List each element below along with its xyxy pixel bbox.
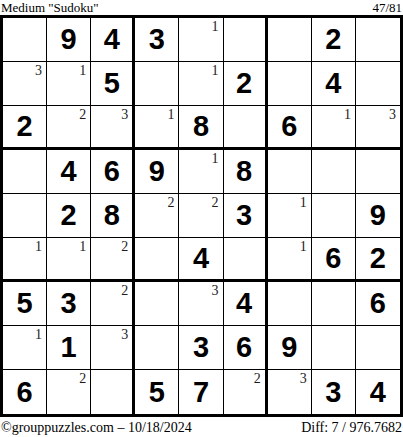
cell-r1c8[interactable]: 2 bbox=[312, 18, 356, 62]
cell-r3c3[interactable]: 3 bbox=[91, 106, 135, 150]
pencil-mark: 1 bbox=[212, 20, 219, 34]
cell-r3c7[interactable]: 6 bbox=[268, 106, 312, 150]
cell-r8c4[interactable] bbox=[135, 326, 179, 370]
cell-r1c6[interactable] bbox=[224, 18, 268, 62]
given-value: 2 bbox=[312, 18, 355, 61]
cell-r4c3[interactable]: 6 bbox=[91, 150, 135, 194]
footer: ©grouppuzzles.com – 10/18/2024 Diff: 7 /… bbox=[0, 417, 403, 437]
cell-r5c7[interactable]: 1 bbox=[268, 194, 312, 238]
pencil-mark: 1 bbox=[344, 108, 351, 122]
cell-r1c7[interactable] bbox=[268, 18, 312, 62]
cell-r6c8[interactable]: 6 bbox=[312, 238, 356, 282]
cell-r8c5[interactable]: 3 bbox=[179, 326, 223, 370]
given-value: 2 bbox=[356, 238, 400, 279]
cell-r1c5[interactable]: 1 bbox=[179, 18, 223, 62]
given-value: 6 bbox=[356, 282, 400, 325]
pencil-mark: 2 bbox=[254, 372, 261, 386]
cell-r7c9[interactable]: 6 bbox=[356, 282, 400, 326]
cell-r4c8[interactable] bbox=[312, 150, 356, 194]
cell-r2c4[interactable] bbox=[135, 62, 179, 106]
pencil-mark: 2 bbox=[167, 196, 174, 210]
given-value: 3 bbox=[224, 194, 265, 237]
cell-r1c4[interactable]: 3 bbox=[135, 18, 179, 62]
cell-r6c2[interactable]: 1 bbox=[47, 238, 91, 282]
pencil-mark: 2 bbox=[212, 196, 219, 210]
given-value: 9 bbox=[135, 150, 178, 193]
cell-r8c2[interactable]: 1 bbox=[47, 326, 91, 370]
cell-r9c8[interactable]: 3 bbox=[312, 370, 356, 414]
cell-r6c1[interactable]: 1 bbox=[3, 238, 47, 282]
given-value: 2 bbox=[3, 106, 46, 147]
given-value: 5 bbox=[91, 62, 132, 105]
given-value: 4 bbox=[47, 150, 90, 193]
cell-r9c9[interactable]: 4 bbox=[356, 370, 400, 414]
cell-r9c2[interactable]: 2 bbox=[47, 370, 91, 414]
given-value: 3 bbox=[47, 282, 90, 325]
cell-r5c8[interactable] bbox=[312, 194, 356, 238]
given-value: 6 bbox=[268, 106, 311, 147]
cell-r4c7[interactable] bbox=[268, 150, 312, 194]
cell-r2c2[interactable]: 1 bbox=[47, 62, 91, 106]
given-value: 5 bbox=[3, 282, 46, 325]
cell-r8c1[interactable]: 1 bbox=[3, 326, 47, 370]
cell-counter: 47/81 bbox=[372, 1, 402, 14]
cell-r3c2[interactable]: 2 bbox=[47, 106, 91, 150]
header: Medium "Sudoku" 47/81 bbox=[0, 0, 403, 15]
cell-r9c4[interactable]: 5 bbox=[135, 370, 179, 414]
cell-r3c4[interactable]: 1 bbox=[135, 106, 179, 150]
given-value: 9 bbox=[356, 194, 400, 237]
given-value: 5 bbox=[135, 370, 178, 414]
cell-r9c6[interactable]: 2 bbox=[224, 370, 268, 414]
given-value: 6 bbox=[91, 150, 132, 193]
cell-r2c9[interactable] bbox=[356, 62, 400, 106]
cell-r7c1[interactable]: 5 bbox=[3, 282, 47, 326]
cell-r5c4[interactable]: 2 bbox=[135, 194, 179, 238]
cell-r6c3[interactable]: 2 bbox=[91, 238, 135, 282]
cell-r5c2[interactable]: 2 bbox=[47, 194, 91, 238]
given-value: 8 bbox=[224, 150, 265, 193]
cell-r1c9[interactable] bbox=[356, 18, 400, 62]
cell-r4c5[interactable]: 1 bbox=[179, 150, 223, 194]
cell-r1c1[interactable] bbox=[3, 18, 47, 62]
cell-r9c1[interactable]: 6 bbox=[3, 370, 47, 414]
cell-r2c7[interactable] bbox=[268, 62, 312, 106]
pencil-mark: 2 bbox=[121, 284, 128, 298]
pencil-mark: 1 bbox=[35, 240, 42, 254]
cell-r2c8[interactable]: 4 bbox=[312, 62, 356, 106]
cell-r4c2[interactable]: 4 bbox=[47, 150, 91, 194]
sudoku-page: Medium "Sudoku" 47/81 943123151242231861… bbox=[0, 0, 403, 437]
cell-r4c9[interactable] bbox=[356, 150, 400, 194]
cell-r3c6[interactable] bbox=[224, 106, 268, 150]
cell-r8c3[interactable]: 3 bbox=[91, 326, 135, 370]
cell-r7c8[interactable] bbox=[312, 282, 356, 326]
cell-r2c1[interactable]: 3 bbox=[3, 62, 47, 106]
cell-r6c9[interactable]: 2 bbox=[356, 238, 400, 282]
cell-r3c9[interactable]: 3 bbox=[356, 106, 400, 150]
given-value: 2 bbox=[224, 62, 265, 105]
cell-r6c5[interactable]: 4 bbox=[179, 238, 223, 282]
cell-r5c3[interactable]: 8 bbox=[91, 194, 135, 238]
cell-r8c9[interactable] bbox=[356, 326, 400, 370]
given-value: 8 bbox=[179, 106, 222, 147]
cell-r4c6[interactable]: 8 bbox=[224, 150, 268, 194]
pencil-mark: 1 bbox=[212, 152, 219, 166]
pencil-mark: 1 bbox=[35, 328, 42, 342]
pencil-mark: 1 bbox=[167, 108, 174, 122]
pencil-mark: 1 bbox=[79, 240, 86, 254]
copyright-date: ©grouppuzzles.com – 10/18/2024 bbox=[1, 420, 192, 435]
given-value: 8 bbox=[91, 194, 132, 237]
given-value: 1 bbox=[47, 326, 90, 369]
cell-r9c3[interactable] bbox=[91, 370, 135, 414]
cell-r5c6[interactable]: 3 bbox=[224, 194, 268, 238]
cell-r3c1[interactable]: 2 bbox=[3, 106, 47, 150]
cell-r5c1[interactable] bbox=[3, 194, 47, 238]
cell-r1c2[interactable]: 9 bbox=[47, 18, 91, 62]
cell-r4c1[interactable] bbox=[3, 150, 47, 194]
cell-r3c8[interactable]: 1 bbox=[312, 106, 356, 150]
cell-r8c6[interactable]: 6 bbox=[224, 326, 268, 370]
pencil-mark: 3 bbox=[121, 108, 128, 122]
pencil-mark: 1 bbox=[300, 240, 307, 254]
cell-r7c3[interactable]: 2 bbox=[91, 282, 135, 326]
puzzle-title: Medium "Sudoku" bbox=[1, 1, 99, 14]
cell-r9c5[interactable]: 7 bbox=[179, 370, 223, 414]
cell-r7c2[interactable]: 3 bbox=[47, 282, 91, 326]
cell-r6c7[interactable]: 1 bbox=[268, 238, 312, 282]
given-value: 9 bbox=[47, 18, 90, 61]
pencil-mark: 3 bbox=[121, 328, 128, 342]
cell-r8c7[interactable]: 9 bbox=[268, 326, 312, 370]
cell-r8c8[interactable] bbox=[312, 326, 356, 370]
pencil-mark: 3 bbox=[300, 372, 307, 386]
given-value: 3 bbox=[179, 326, 222, 369]
pencil-mark: 3 bbox=[389, 108, 396, 122]
given-value: 3 bbox=[312, 370, 355, 414]
given-value: 3 bbox=[135, 18, 178, 61]
cell-r6c4[interactable] bbox=[135, 238, 179, 282]
cell-r5c5[interactable]: 2 bbox=[179, 194, 223, 238]
cell-r6c6[interactable] bbox=[224, 238, 268, 282]
given-value: 4 bbox=[224, 282, 265, 325]
pencil-mark: 1 bbox=[300, 196, 307, 210]
cell-r7c4[interactable] bbox=[135, 282, 179, 326]
given-value: 4 bbox=[312, 62, 355, 105]
given-value: 4 bbox=[91, 18, 132, 61]
given-value: 9 bbox=[268, 326, 311, 369]
given-value: 4 bbox=[179, 238, 222, 279]
cell-r9c7[interactable]: 3 bbox=[268, 370, 312, 414]
given-value: 6 bbox=[224, 326, 265, 369]
pencil-mark: 1 bbox=[212, 64, 219, 78]
cell-r3c5[interactable]: 8 bbox=[179, 106, 223, 150]
cell-r7c5[interactable]: 3 bbox=[179, 282, 223, 326]
pencil-mark: 2 bbox=[79, 372, 86, 386]
pencil-mark: 1 bbox=[79, 64, 86, 78]
cell-r7c7[interactable] bbox=[268, 282, 312, 326]
cell-r7c6[interactable]: 4 bbox=[224, 282, 268, 326]
cell-r2c5[interactable]: 1 bbox=[179, 62, 223, 106]
given-value: 4 bbox=[356, 370, 400, 414]
cell-r4c4[interactable]: 9 bbox=[135, 150, 179, 194]
given-value: 7 bbox=[179, 370, 222, 414]
cell-r1c3[interactable]: 4 bbox=[91, 18, 135, 62]
given-value: 2 bbox=[47, 194, 90, 237]
given-value: 6 bbox=[312, 238, 355, 279]
pencil-mark: 2 bbox=[79, 108, 86, 122]
difficulty-value: Diff: 7 / 976.7682 bbox=[301, 420, 402, 435]
pencil-mark: 3 bbox=[35, 64, 42, 78]
given-value: 6 bbox=[3, 370, 46, 414]
pencil-mark: 2 bbox=[121, 240, 128, 254]
cell-r2c6[interactable]: 2 bbox=[224, 62, 268, 106]
sudoku-board: 9431231512422318613469182822319112416253… bbox=[0, 15, 403, 417]
pencil-mark: 3 bbox=[212, 284, 219, 298]
cell-r5c9[interactable]: 9 bbox=[356, 194, 400, 238]
cell-r2c3[interactable]: 5 bbox=[91, 62, 135, 106]
